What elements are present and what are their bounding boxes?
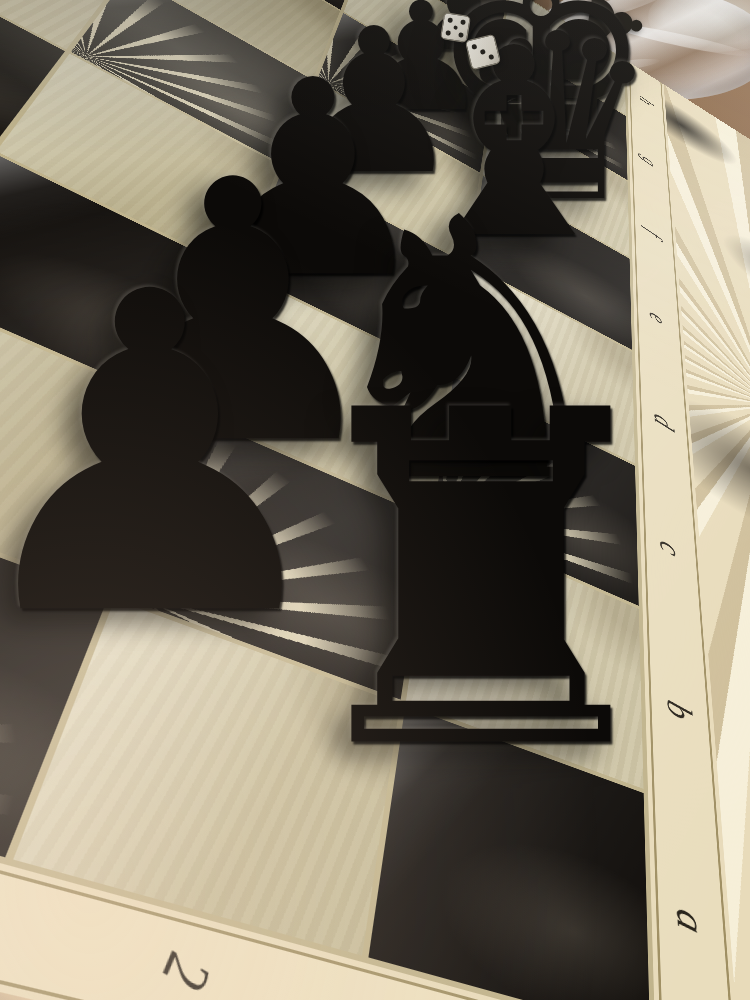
file-label-e: e — [644, 303, 672, 335]
file-label-d: d — [648, 404, 679, 441]
file-label-h: h — [636, 90, 658, 114]
board-plane: abcdefgh 12345678 — [0, 0, 750, 1000]
photo-stage: ♟ abcdefgh 12345678 ♟♟♚♟♛♝♟♟♞♟♜ — [0, 0, 750, 1000]
file-label-f: f — [641, 220, 667, 249]
file-label-g: g — [638, 149, 662, 175]
board-grid — [0, 0, 655, 1000]
file-label-b: b — [660, 686, 699, 735]
file-label-a: a — [668, 892, 714, 951]
file-label-c: c — [653, 529, 688, 571]
rank-label-2: 2 — [140, 930, 231, 1000]
